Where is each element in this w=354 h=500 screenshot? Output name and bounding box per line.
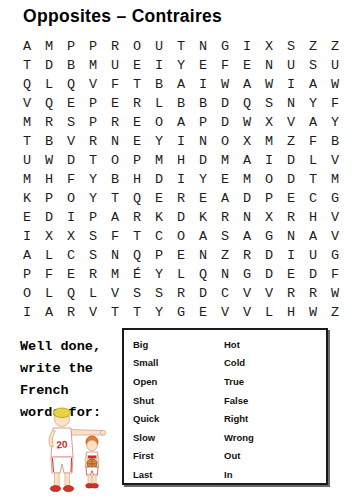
grid-cell: N: [258, 56, 280, 75]
grid-cell: C: [302, 189, 324, 208]
grid-cell: X: [258, 37, 280, 56]
grid-cell: Q: [126, 246, 148, 265]
leg: [55, 473, 60, 486]
extended-arm: [70, 430, 102, 436]
grid-cell: Y: [192, 170, 214, 189]
head: [87, 440, 98, 451]
word-pair-row: FirstOut: [124, 447, 326, 466]
grid-cell: E: [60, 265, 82, 284]
grid-cell: W: [236, 113, 258, 132]
grid-cell: U: [280, 56, 302, 75]
grid-cell: V: [16, 94, 38, 113]
grid-cell: T: [82, 151, 104, 170]
word-list-item-left: Open: [133, 376, 224, 387]
grid-cell: E: [170, 246, 192, 265]
word-list-item-left: First: [133, 450, 224, 461]
grid-cell: O: [258, 170, 280, 189]
grid-cell: I: [280, 246, 302, 265]
grid-cell: E: [126, 56, 148, 75]
grid-cell: M: [214, 151, 236, 170]
grid-cell: H: [302, 208, 324, 227]
grid-cell: P: [258, 189, 280, 208]
grid-cell: I: [16, 227, 38, 246]
grid-cell: I: [170, 170, 192, 189]
grid-cell: Y: [148, 265, 170, 284]
grid-cell: I: [148, 56, 170, 75]
grid-cell: P: [148, 246, 170, 265]
grid-cell: L: [148, 94, 170, 113]
grid-cell: I: [16, 303, 38, 322]
grid-cell: L: [302, 151, 324, 170]
grid-cell: T: [302, 170, 324, 189]
child-shorts: [86, 467, 98, 475]
grid-cell: C: [148, 227, 170, 246]
grid-cell: D: [38, 56, 60, 75]
grid-cell: O: [16, 284, 38, 303]
word-list-item-left: Big: [133, 339, 224, 350]
grid-cell: U: [16, 151, 38, 170]
grid-cell: W: [214, 75, 236, 94]
grid-cell: Z: [280, 132, 302, 151]
word-list-item-right: True: [224, 376, 244, 387]
word-pair-row: QuickRight: [124, 409, 326, 428]
grid-cell: N: [280, 227, 302, 246]
grid-cell: G: [324, 189, 346, 208]
grid-cell: R: [280, 284, 302, 303]
grid-cell: N: [192, 37, 214, 56]
prompt-line: write the: [20, 358, 101, 380]
grid-cell: B: [192, 94, 214, 113]
grid-cell: A: [16, 37, 38, 56]
grid-cell: I: [170, 132, 192, 151]
grid-cell: S: [82, 227, 104, 246]
grid-cell: A: [236, 75, 258, 94]
grid-cell: S: [126, 284, 148, 303]
grid-cell: V: [104, 284, 126, 303]
grid-cell: T: [104, 303, 126, 322]
grid-cell: A: [302, 75, 324, 94]
prompt-line: Well done,: [20, 336, 101, 358]
grid-cell: R: [126, 94, 148, 113]
word-list-item-left: Small: [133, 357, 224, 368]
grid-cell: L: [38, 75, 60, 94]
grid-cell: H: [38, 170, 60, 189]
grid-cell: V: [236, 303, 258, 322]
grid-cell: I: [60, 208, 82, 227]
grid-cell: W: [38, 151, 60, 170]
shorts-stripe: [71, 458, 72, 472]
grid-cell: V: [60, 132, 82, 151]
grid-cell: R: [104, 37, 126, 56]
grid-cell: T: [126, 227, 148, 246]
grid-cell: X: [60, 227, 82, 246]
grid-cell: L: [38, 246, 60, 265]
grid-cell: V: [280, 113, 302, 132]
grid-cell: Z: [214, 246, 236, 265]
grid-cell: E: [148, 189, 170, 208]
grid-cell: P: [82, 37, 104, 56]
grid-cell: L: [82, 284, 104, 303]
grid-cell: F: [60, 170, 82, 189]
grid-cell: A: [170, 113, 192, 132]
grid-cell: Y: [324, 113, 346, 132]
grid-cell: F: [324, 94, 346, 113]
grid-cell: Q: [38, 94, 60, 113]
grid-cell: M: [16, 113, 38, 132]
grid-cell: H: [280, 303, 302, 322]
grid-cell: V: [214, 303, 236, 322]
grid-cell: Z: [324, 303, 346, 322]
grid-cell: R: [302, 284, 324, 303]
grid-cell: T: [104, 189, 126, 208]
grid-cell: E: [192, 189, 214, 208]
red-shoe: [91, 484, 98, 489]
grid-cell: F: [302, 132, 324, 151]
grid-cell: Y: [302, 94, 324, 113]
grid-cell: P: [82, 208, 104, 227]
grid-cell: H: [170, 151, 192, 170]
leg: [88, 475, 91, 484]
grid-cell: E: [16, 208, 38, 227]
grid-cell: R: [104, 113, 126, 132]
grid-cell: P: [192, 113, 214, 132]
grid-cell: P: [126, 151, 148, 170]
grid-cell: G: [258, 227, 280, 246]
grid-cell: A: [104, 208, 126, 227]
grid-cell: I: [236, 37, 258, 56]
grid-cell: P: [16, 265, 38, 284]
grid-cell: Y: [148, 132, 170, 151]
grid-cell: S: [280, 37, 302, 56]
grid-cell: U: [148, 37, 170, 56]
grid-cell: A: [236, 227, 258, 246]
grid-cell: E: [60, 94, 82, 113]
grid-cell: G: [170, 303, 192, 322]
grid-cell: D: [60, 151, 82, 170]
grid-cell: P: [82, 113, 104, 132]
grid-cell: D: [280, 170, 302, 189]
grid-cell: C: [214, 284, 236, 303]
grid-cell: S: [214, 227, 236, 246]
grid-cell: S: [302, 56, 324, 75]
grid-cell: Q: [236, 94, 258, 113]
grid-cell: W: [302, 303, 324, 322]
grid-cell: M: [258, 132, 280, 151]
grid-cell: X: [38, 227, 60, 246]
grid-cell: W: [324, 284, 346, 303]
grid-cell: I: [258, 151, 280, 170]
grid-cell: D: [236, 189, 258, 208]
grid-cell: A: [302, 113, 324, 132]
grid-cell: X: [258, 113, 280, 132]
leg: [65, 473, 70, 486]
grid-cell: S: [148, 284, 170, 303]
word-list-item-left: Shut: [133, 395, 224, 406]
jersey-number: 20: [56, 438, 68, 450]
grid-cell: O: [126, 37, 148, 56]
grid-cell: Q: [60, 75, 82, 94]
grid-cell: Z: [324, 37, 346, 56]
word-list-item-right: Right: [224, 413, 248, 424]
word-pair-row: OpenTrue: [124, 372, 326, 391]
grid-cell: K: [192, 208, 214, 227]
tall-player-figure: 20: [49, 408, 106, 492]
grid-cell: Q: [192, 265, 214, 284]
grid-cell: N: [104, 132, 126, 151]
grid-cell: F: [104, 227, 126, 246]
grid-cell: D: [38, 208, 60, 227]
grid-cell: R: [170, 189, 192, 208]
grid-cell: D: [214, 94, 236, 113]
grid-cell: Q: [16, 75, 38, 94]
grid-cell: X: [258, 208, 280, 227]
grid-cell: M: [82, 56, 104, 75]
grid-cell: T: [16, 132, 38, 151]
word-list-item-right: In: [224, 469, 232, 480]
grid-cell: V: [236, 284, 258, 303]
grid-cell: Y: [148, 303, 170, 322]
grid-cell: R: [38, 113, 60, 132]
grid-cell: Q: [60, 284, 82, 303]
grid-cell: A: [170, 75, 192, 94]
grid-cell: D: [302, 265, 324, 284]
shorts: [51, 457, 73, 473]
grid-cell: A: [214, 189, 236, 208]
grid-cell: R: [280, 208, 302, 227]
prompt-line: French: [20, 380, 101, 402]
shirt-band: [88, 456, 97, 459]
height-comparison-clipart: 20: [24, 404, 120, 496]
word-pair-row: LastIn: [124, 465, 326, 484]
grid-cell: V: [258, 284, 280, 303]
grid-cell: Q: [126, 189, 148, 208]
grid-cell: L: [258, 303, 280, 322]
grid-cell: K: [148, 208, 170, 227]
grid-cell: B: [38, 132, 60, 151]
red-shoe: [50, 486, 60, 492]
grid-cell: O: [214, 132, 236, 151]
grid-cell: N: [192, 132, 214, 151]
grid-cell: B: [324, 132, 346, 151]
grid-cell: B: [104, 170, 126, 189]
grid-cell: A: [192, 227, 214, 246]
grid-cell: U: [324, 56, 346, 75]
grid-cell: F: [38, 265, 60, 284]
grid-cell: E: [192, 56, 214, 75]
grid-cell: É: [126, 265, 148, 284]
grid-cell: S: [82, 246, 104, 265]
grid-cell: F: [214, 56, 236, 75]
word-pair-row: SlowWrong: [124, 428, 326, 447]
grid-cell: L: [170, 265, 192, 284]
grid-cell: N: [192, 246, 214, 265]
small-child-figure: [85, 436, 99, 488]
word-pair-row: BigHot: [124, 335, 326, 354]
grid-cell: V: [82, 75, 104, 94]
grid-cell: E: [126, 132, 148, 151]
grid-cell: L: [38, 284, 60, 303]
grid-cell: Y: [82, 170, 104, 189]
grid-cell: G: [214, 37, 236, 56]
grid-cell: E: [280, 265, 302, 284]
grid-cell: E: [214, 170, 236, 189]
grid-cell: C: [60, 246, 82, 265]
grid-cell: E: [192, 303, 214, 322]
grid-cell: N: [214, 265, 236, 284]
grid-cell: P: [60, 37, 82, 56]
word-list-item-right: Out: [224, 450, 240, 461]
grid-cell: P: [38, 189, 60, 208]
grid-cell: N: [236, 208, 258, 227]
grid-cell: R: [126, 208, 148, 227]
grid-cell: R: [236, 246, 258, 265]
grid-cell: O: [170, 227, 192, 246]
grid-cell: D: [258, 265, 280, 284]
grid-cell: B: [60, 56, 82, 75]
grid-cell: M: [38, 37, 60, 56]
grid-cell: V: [324, 151, 346, 170]
grid-cell: D: [258, 246, 280, 265]
grid-cell: M: [16, 170, 38, 189]
grid-cell: D: [214, 113, 236, 132]
blond-hair: [53, 408, 70, 418]
page-title: Opposites – Contraires: [23, 6, 222, 27]
grid-cell: M: [236, 170, 258, 189]
grid-cell: A: [16, 246, 38, 265]
grid-cell: T: [170, 37, 192, 56]
grid-cell: P: [82, 94, 104, 113]
grid-cell: N: [280, 94, 302, 113]
grid-cell: T: [16, 56, 38, 75]
grid-cell: U: [104, 56, 126, 75]
grid-cell: W: [324, 75, 346, 94]
grid-cell: D: [280, 151, 302, 170]
grid-cell: Y: [82, 189, 104, 208]
word-pair-row: ShutFalse: [124, 391, 326, 410]
word-list-item-right: Cold: [224, 357, 245, 368]
word-list-item-right: False: [224, 395, 248, 406]
grid-cell: X: [236, 132, 258, 151]
word-list-box: BigHotSmallColdOpenTrueShutFalseQuickRig…: [122, 328, 328, 485]
grid-cell: T: [126, 75, 148, 94]
grid-cell: R: [170, 284, 192, 303]
grid-cell: G: [324, 246, 346, 265]
grid-cell: E: [236, 56, 258, 75]
grid-cell: M: [104, 265, 126, 284]
word-list-item-left: Slow: [133, 432, 224, 443]
word-list-item-left: Quick: [133, 413, 224, 424]
grid-cell: O: [104, 151, 126, 170]
grid-cell: Z: [302, 37, 324, 56]
grid-cell: V: [82, 303, 104, 322]
word-pair-row: SmallCold: [124, 354, 326, 373]
grid-cell: M: [324, 170, 346, 189]
word-list-item-right: Wrong: [224, 432, 254, 443]
word-list-item-right: Hot: [224, 339, 240, 350]
grid-cell: D: [170, 208, 192, 227]
grid-cell: U: [302, 246, 324, 265]
grid-cell: B: [148, 75, 170, 94]
grid-cell: B: [170, 94, 192, 113]
grid-cell: A: [302, 227, 324, 246]
grid-cell: Y: [170, 56, 192, 75]
grid-cell: H: [126, 170, 148, 189]
grid-cell: R: [82, 132, 104, 151]
red-shoe: [63, 486, 73, 492]
grid-cell: N: [104, 246, 126, 265]
grid-cell: S: [60, 113, 82, 132]
grid-cell: F: [104, 75, 126, 94]
grid-cell: E: [280, 189, 302, 208]
grid-cell: W: [258, 75, 280, 94]
grid-cell: T: [126, 303, 148, 322]
grid-cell: I: [280, 75, 302, 94]
word-list-item-left: Last: [133, 469, 224, 480]
grid-cell: V: [324, 208, 346, 227]
grid-cell: K: [16, 189, 38, 208]
grid-cell: R: [214, 208, 236, 227]
grid-cell: A: [236, 151, 258, 170]
grid-cell: R: [60, 303, 82, 322]
grid-cell: M: [148, 151, 170, 170]
grid-cell: S: [258, 94, 280, 113]
grid-cell: R: [82, 265, 104, 284]
hand: [100, 430, 105, 435]
grid-cell: D: [192, 284, 214, 303]
word-search-grid: AMPPROUTNGIXSZZTDBMUEIYEFENUSUQLQVFTBAIW…: [16, 37, 346, 322]
grid-cell: O: [60, 189, 82, 208]
grid-cell: I: [192, 75, 214, 94]
grid-cell: O: [148, 113, 170, 132]
grid-cell: V: [324, 227, 346, 246]
grid-cell: D: [148, 170, 170, 189]
grid-cell: D: [192, 151, 214, 170]
grid-cell: G: [236, 265, 258, 284]
leg: [93, 475, 96, 484]
grid-cell: E: [126, 113, 148, 132]
grid-cell: E: [104, 94, 126, 113]
grid-cell: F: [324, 265, 346, 284]
grid-cell: A: [38, 303, 60, 322]
